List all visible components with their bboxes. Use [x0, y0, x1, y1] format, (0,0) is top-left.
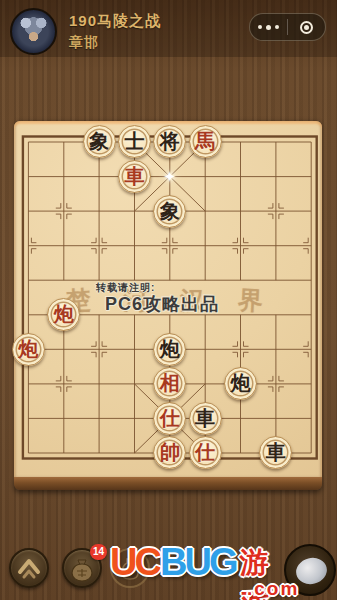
piece-label: 車: [195, 402, 215, 435]
piece-black-車[interactable]: 車: [259, 436, 292, 469]
piece-label: 士: [124, 125, 144, 158]
item-button[interactable]: [110, 548, 150, 588]
chevron-up-button[interactable]: [9, 548, 49, 588]
player-avatar: [10, 8, 57, 55]
piece-label: 帥: [160, 436, 180, 469]
piece-label: 炮: [54, 298, 74, 331]
piece-label: 象: [160, 195, 180, 228]
piece-label: 車: [124, 160, 144, 193]
more-options-button[interactable]: [250, 14, 287, 40]
piece-red-仕[interactable]: 仕: [153, 402, 186, 435]
piece-red-相[interactable]: 相: [153, 367, 186, 400]
game-logo-button[interactable]: [284, 544, 336, 596]
piece-black-将[interactable]: 将: [153, 125, 186, 158]
opponent-name: 章邯: [69, 34, 99, 52]
vase-icon: [112, 550, 148, 586]
piece-label: 相: [160, 367, 180, 400]
emblem-icon: [293, 555, 329, 588]
chevron-up-icon: [11, 550, 47, 586]
board-bottom-bevel: [14, 477, 322, 490]
piece-label: 将: [160, 125, 180, 158]
dot-icon: [275, 25, 279, 29]
app-screen: 190马陵之战 章邯 楚 河 汉 界 象士将馬車象炮炮炮相炮仕車帥仕車✦ 转载请…: [0, 0, 337, 600]
piece-label: 馬: [195, 125, 215, 158]
piece-label: 象: [89, 125, 109, 158]
piece-red-炮[interactable]: 炮: [12, 333, 45, 366]
piece-black-炮[interactable]: 炮: [153, 333, 186, 366]
level-title: 190马陵之战: [69, 12, 161, 31]
piece-red-炮[interactable]: 炮: [47, 298, 80, 331]
piece-red-帥[interactable]: 帥: [153, 436, 186, 469]
close-button[interactable]: [288, 14, 325, 40]
credit-watermark-line2: PC6攻略出品: [105, 292, 219, 316]
piece-black-車[interactable]: 車: [189, 402, 222, 435]
piece-black-象[interactable]: 象: [153, 195, 186, 228]
piece-black-炮[interactable]: 炮: [224, 367, 257, 400]
piece-label: 炮: [230, 367, 250, 400]
piece-label: 仕: [195, 436, 215, 469]
piece-label: 炮: [160, 333, 180, 366]
site-logo-bug: BUG: [160, 541, 235, 584]
piece-red-馬[interactable]: 馬: [189, 125, 222, 158]
piece-black-象[interactable]: 象: [83, 125, 116, 158]
piece-red-車[interactable]: 車: [118, 160, 151, 193]
dot-icon: [258, 25, 262, 29]
piece-red-仕[interactable]: 仕: [189, 436, 222, 469]
piece-label: 仕: [160, 402, 180, 435]
hint-count-badge: 14: [90, 544, 107, 560]
piece-black-士[interactable]: 士: [118, 125, 151, 158]
piece-label: 炮: [18, 333, 38, 366]
target-dot-icon: [300, 21, 313, 34]
piece-label: 車: [266, 436, 286, 469]
dot-icon: [266, 25, 271, 30]
miniprogram-capsule: [249, 13, 326, 41]
site-logo-cn: 游戏网: [239, 543, 270, 600]
last-move-highlight: ✦: [163, 169, 176, 184]
